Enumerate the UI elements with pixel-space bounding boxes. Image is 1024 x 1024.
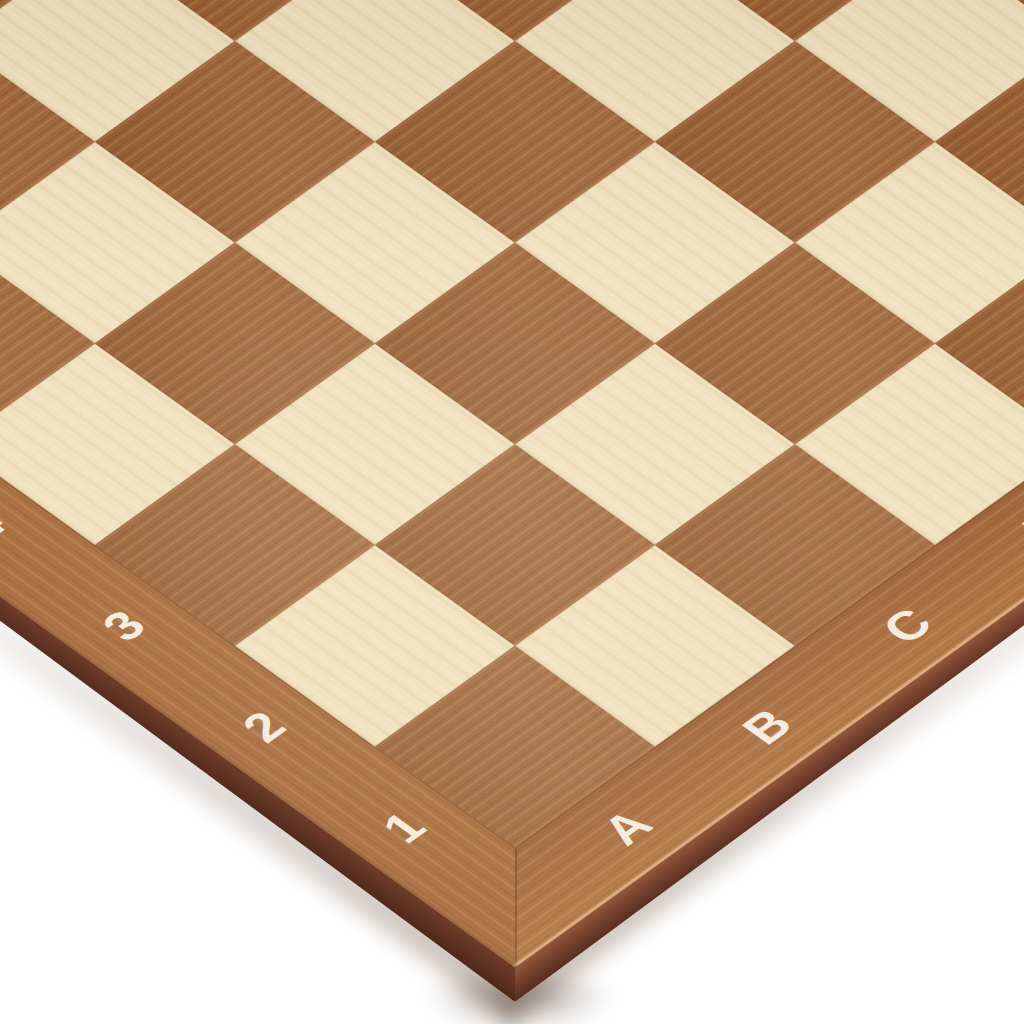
product-photo-background: ABCDEFGH 12345678 [0,0,1024,1024]
frame-miter-seam-a1 [515,847,517,967]
chess-board: ABCDEFGH 12345678 [0,0,1024,968]
board-frame: ABCDEFGH 12345678 [0,0,1024,968]
